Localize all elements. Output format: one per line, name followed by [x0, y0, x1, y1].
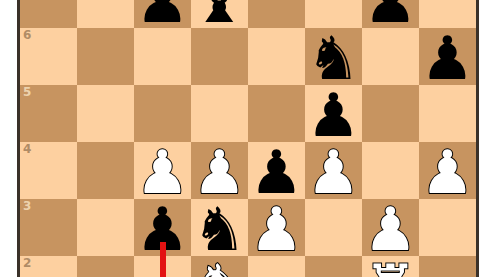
square-a4[interactable]: 4	[20, 142, 77, 199]
rank-label-2: 2	[23, 257, 31, 269]
square-b2[interactable]	[77, 256, 134, 277]
square-g6[interactable]	[362, 28, 419, 85]
square-e5[interactable]	[248, 85, 305, 142]
square-d7[interactable]: ♝	[191, 0, 248, 28]
square-g5[interactable]	[362, 85, 419, 142]
square-b7[interactable]	[77, 0, 134, 28]
black-knight[interactable]: ♞	[305, 29, 362, 86]
white-pawn[interactable]: ♟	[191, 143, 248, 200]
square-h2[interactable]	[419, 256, 476, 277]
white-pawn[interactable]: ♟	[362, 200, 419, 257]
square-c7[interactable]: ♟	[134, 0, 191, 28]
black-pawn[interactable]: ♟	[362, 0, 419, 29]
board-viewport: ♟♝♟6♞♟5♟4♟♟♟♟♟3♟♞♟♟2♞♜	[0, 0, 492, 277]
square-h5[interactable]	[419, 85, 476, 142]
white-pawn[interactable]: ♟	[419, 143, 476, 200]
square-d4[interactable]: ♟	[191, 142, 248, 199]
square-f3[interactable]	[305, 199, 362, 256]
move-arrow	[160, 242, 166, 277]
square-a6[interactable]: 6	[20, 28, 77, 85]
square-b5[interactable]	[77, 85, 134, 142]
square-b4[interactable]	[77, 142, 134, 199]
white-pawn[interactable]: ♟	[248, 200, 305, 257]
black-pawn[interactable]: ♟	[305, 86, 362, 143]
square-e4[interactable]: ♟	[248, 142, 305, 199]
square-g7[interactable]: ♟	[362, 0, 419, 28]
black-pawn[interactable]: ♟	[248, 143, 305, 200]
rank-label-3: 3	[23, 200, 31, 212]
square-e7[interactable]	[248, 0, 305, 28]
square-e3[interactable]: ♟	[248, 199, 305, 256]
rank-label-6: 6	[23, 29, 31, 41]
square-h6[interactable]: ♟	[419, 28, 476, 85]
square-b6[interactable]	[77, 28, 134, 85]
square-b3[interactable]	[77, 199, 134, 256]
black-pawn[interactable]: ♟	[134, 0, 191, 29]
white-pawn[interactable]: ♟	[305, 143, 362, 200]
square-d3[interactable]: ♞	[191, 199, 248, 256]
square-d6[interactable]	[191, 28, 248, 85]
rank-label-4: 4	[23, 143, 31, 155]
white-rook[interactable]: ♜	[362, 257, 419, 277]
square-f2[interactable]	[305, 256, 362, 277]
board-right-border	[476, 0, 479, 277]
square-f6[interactable]: ♞	[305, 28, 362, 85]
white-pawn[interactable]: ♟	[134, 143, 191, 200]
square-a5[interactable]: 5	[20, 85, 77, 142]
square-g2[interactable]: ♜	[362, 256, 419, 277]
chess-board: ♟♝♟6♞♟5♟4♟♟♟♟♟3♟♞♟♟2♞♜	[20, 0, 476, 277]
white-knight[interactable]: ♞	[191, 257, 248, 277]
square-h3[interactable]	[419, 199, 476, 256]
square-d5[interactable]	[191, 85, 248, 142]
black-bishop[interactable]: ♝	[191, 0, 248, 29]
square-h4[interactable]: ♟	[419, 142, 476, 199]
square-c5[interactable]	[134, 85, 191, 142]
square-a2[interactable]: 2	[20, 256, 77, 277]
square-a3[interactable]: 3	[20, 199, 77, 256]
square-f4[interactable]: ♟	[305, 142, 362, 199]
rank-label-5: 5	[23, 86, 31, 98]
square-d2[interactable]: ♞	[191, 256, 248, 277]
square-e6[interactable]	[248, 28, 305, 85]
square-c4[interactable]: ♟	[134, 142, 191, 199]
square-c6[interactable]	[134, 28, 191, 85]
black-knight[interactable]: ♞	[191, 200, 248, 257]
board-left-border	[17, 0, 20, 277]
square-g4[interactable]	[362, 142, 419, 199]
black-pawn[interactable]: ♟	[419, 29, 476, 86]
square-f5[interactable]: ♟	[305, 85, 362, 142]
square-a7[interactable]	[20, 0, 77, 28]
square-g3[interactable]: ♟	[362, 199, 419, 256]
